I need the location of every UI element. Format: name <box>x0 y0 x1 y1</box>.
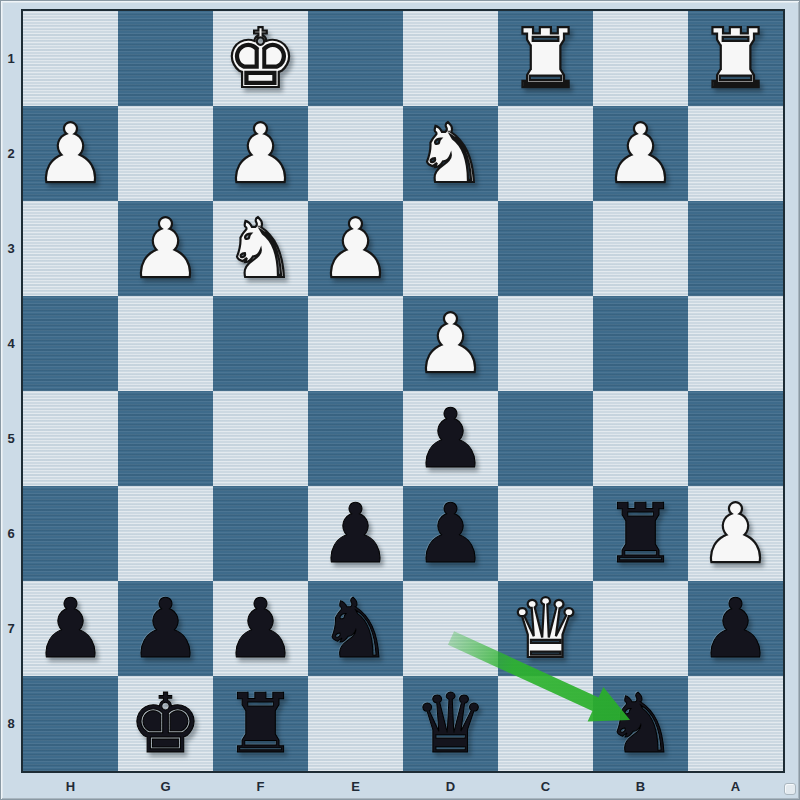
square-e2[interactable] <box>308 106 403 201</box>
square-f7[interactable]: ♟ <box>213 581 308 676</box>
rank-label-8: 8 <box>1 676 21 771</box>
square-b5[interactable] <box>593 391 688 486</box>
square-b6[interactable]: ♜ <box>593 486 688 581</box>
square-e4[interactable] <box>308 296 403 391</box>
black-pawn[interactable]: ♟ <box>34 581 108 676</box>
file-label-h: H <box>23 776 118 796</box>
white-pawn[interactable]: ♟ <box>34 106 108 201</box>
white-pawn[interactable]: ♟ <box>699 486 773 581</box>
square-g5[interactable] <box>118 391 213 486</box>
square-b3[interactable] <box>593 201 688 296</box>
square-a3[interactable] <box>688 201 783 296</box>
square-c7[interactable]: ♛ <box>498 581 593 676</box>
square-c5[interactable] <box>498 391 593 486</box>
square-a4[interactable] <box>688 296 783 391</box>
black-pawn[interactable]: ♟ <box>129 581 203 676</box>
rank-label-5: 5 <box>1 391 21 486</box>
file-label-d: D <box>403 776 498 796</box>
white-queen[interactable]: ♛ <box>509 581 583 676</box>
file-label-b: B <box>593 776 688 796</box>
square-d7[interactable] <box>403 581 498 676</box>
square-g8[interactable]: ♚ <box>118 676 213 771</box>
square-c1[interactable]: ♜ <box>498 11 593 106</box>
rank-label-4: 4 <box>1 296 21 391</box>
square-b1[interactable] <box>593 11 688 106</box>
square-d2[interactable]: ♞ <box>403 106 498 201</box>
rank-labels: 12345678 <box>1 11 21 771</box>
square-d5[interactable]: ♟ <box>403 391 498 486</box>
square-c8[interactable] <box>498 676 593 771</box>
file-label-c: C <box>498 776 593 796</box>
square-d4[interactable]: ♟ <box>403 296 498 391</box>
square-c3[interactable] <box>498 201 593 296</box>
square-e7[interactable]: ♞ <box>308 581 403 676</box>
square-h8[interactable] <box>23 676 118 771</box>
square-c4[interactable] <box>498 296 593 391</box>
white-pawn[interactable]: ♟ <box>414 296 488 391</box>
square-h4[interactable] <box>23 296 118 391</box>
rank-label-6: 6 <box>1 486 21 581</box>
rank-label-7: 7 <box>1 581 21 676</box>
white-knight[interactable]: ♞ <box>224 201 298 296</box>
square-f6[interactable] <box>213 486 308 581</box>
square-d6[interactable]: ♟ <box>403 486 498 581</box>
square-g7[interactable]: ♟ <box>118 581 213 676</box>
square-a7[interactable]: ♟ <box>688 581 783 676</box>
resize-grip-icon[interactable] <box>784 783 796 795</box>
square-d8[interactable]: ♛ <box>403 676 498 771</box>
square-g3[interactable]: ♟ <box>118 201 213 296</box>
square-f4[interactable] <box>213 296 308 391</box>
rank-label-1: 1 <box>1 11 21 106</box>
rank-label-3: 3 <box>1 201 21 296</box>
rank-label-2: 2 <box>1 106 21 201</box>
square-a6[interactable]: ♟ <box>688 486 783 581</box>
black-pawn[interactable]: ♟ <box>414 486 488 581</box>
square-h5[interactable] <box>23 391 118 486</box>
square-f8[interactable]: ♜ <box>213 676 308 771</box>
square-g1[interactable] <box>118 11 213 106</box>
white-rook[interactable]: ♜ <box>509 11 583 106</box>
square-c2[interactable] <box>498 106 593 201</box>
black-pawn[interactable]: ♟ <box>414 391 488 486</box>
chessboard-frame: 12345678 ♚♜♜♟♟♞♟♟♞♟♟♟♟♟♜♟♟♟♟♞♛♟♚♜♛♞ HGFE… <box>0 0 800 800</box>
black-rook[interactable]: ♜ <box>604 486 678 581</box>
square-a5[interactable] <box>688 391 783 486</box>
file-label-g: G <box>118 776 213 796</box>
square-e3[interactable]: ♟ <box>308 201 403 296</box>
file-label-a: A <box>688 776 783 796</box>
square-c6[interactable] <box>498 486 593 581</box>
square-h3[interactable] <box>23 201 118 296</box>
square-f5[interactable] <box>213 391 308 486</box>
square-e8[interactable] <box>308 676 403 771</box>
white-pawn[interactable]: ♟ <box>319 201 393 296</box>
black-queen[interactable]: ♛ <box>414 676 488 771</box>
square-h1[interactable] <box>23 11 118 106</box>
square-h6[interactable] <box>23 486 118 581</box>
square-b4[interactable] <box>593 296 688 391</box>
square-g2[interactable] <box>118 106 213 201</box>
black-knight[interactable]: ♞ <box>604 676 678 771</box>
white-pawn[interactable]: ♟ <box>224 106 298 201</box>
square-h7[interactable]: ♟ <box>23 581 118 676</box>
square-h2[interactable]: ♟ <box>23 106 118 201</box>
square-a1[interactable]: ♜ <box>688 11 783 106</box>
white-rook[interactable]: ♜ <box>699 11 773 106</box>
square-e1[interactable] <box>308 11 403 106</box>
square-a8[interactable] <box>688 676 783 771</box>
square-d3[interactable] <box>403 201 498 296</box>
square-f3[interactable]: ♞ <box>213 201 308 296</box>
square-b7[interactable] <box>593 581 688 676</box>
square-f1[interactable]: ♚ <box>213 11 308 106</box>
square-g6[interactable] <box>118 486 213 581</box>
chess-board: ♚♜♜♟♟♞♟♟♞♟♟♟♟♟♜♟♟♟♟♞♛♟♚♜♛♞ <box>21 9 785 773</box>
square-e6[interactable]: ♟ <box>308 486 403 581</box>
white-pawn[interactable]: ♟ <box>604 106 678 201</box>
file-labels: HGFEDCBA <box>23 776 783 796</box>
square-b2[interactable]: ♟ <box>593 106 688 201</box>
white-knight[interactable]: ♞ <box>414 106 488 201</box>
square-e5[interactable] <box>308 391 403 486</box>
white-pawn[interactable]: ♟ <box>129 201 203 296</box>
square-g4[interactable] <box>118 296 213 391</box>
square-b8[interactable]: ♞ <box>593 676 688 771</box>
black-pawn[interactable]: ♟ <box>319 486 393 581</box>
square-d1[interactable] <box>403 11 498 106</box>
file-label-f: F <box>213 776 308 796</box>
black-pawn[interactable]: ♟ <box>699 581 773 676</box>
white-king[interactable]: ♚ <box>224 11 298 106</box>
black-knight[interactable]: ♞ <box>319 581 393 676</box>
black-pawn[interactable]: ♟ <box>224 581 298 676</box>
square-f2[interactable]: ♟ <box>213 106 308 201</box>
black-rook[interactable]: ♜ <box>224 676 298 771</box>
file-label-e: E <box>308 776 403 796</box>
square-a2[interactable] <box>688 106 783 201</box>
black-king[interactable]: ♚ <box>129 676 203 771</box>
